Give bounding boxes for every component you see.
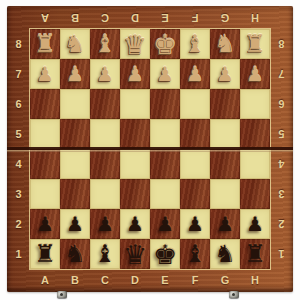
square-c7[interactable]: ♟ <box>90 59 120 89</box>
square-b6[interactable] <box>60 89 90 119</box>
piece-black-pawn-h2[interactable]: ♟ <box>246 214 264 234</box>
square-h3[interactable] <box>240 179 270 209</box>
rank-label-4: 4 <box>7 149 30 179</box>
piece-white-rook-h8[interactable]: ♜ <box>244 32 266 56</box>
square-b3[interactable] <box>60 179 90 209</box>
piece-white-pawn-e7[interactable]: ♟ <box>156 64 174 84</box>
piece-black-rook-a1[interactable]: ♜ <box>34 242 56 266</box>
chess-board: ABCDEFGH ABCDEFGH 87654321 87654321 ♜♞♝♛… <box>7 6 293 292</box>
piece-white-pawn-g7[interactable]: ♟ <box>216 64 234 84</box>
square-b7[interactable]: ♟ <box>60 59 90 89</box>
square-f6[interactable] <box>180 89 210 119</box>
rank-label-5: 5 <box>270 119 293 149</box>
square-c2[interactable]: ♟ <box>90 209 120 239</box>
file-label-h: H <box>240 269 270 292</box>
square-c4[interactable] <box>90 149 120 179</box>
piece-white-queen-d8[interactable]: ♛ <box>123 31 147 58</box>
square-d5[interactable] <box>120 119 150 149</box>
square-e5[interactable] <box>150 119 180 149</box>
piece-white-rook-a8[interactable]: ♜ <box>34 32 56 56</box>
file-labels-bottom: ABCDEFGH <box>30 269 270 292</box>
square-d7[interactable]: ♟ <box>120 59 150 89</box>
square-b4[interactable] <box>60 149 90 179</box>
square-e8[interactable]: ♚ <box>150 29 180 59</box>
rank-label-6: 6 <box>7 89 30 119</box>
piece-white-bishop-c8[interactable]: ♝ <box>94 32 116 56</box>
piece-black-pawn-f2[interactable]: ♟ <box>186 214 204 234</box>
square-f3[interactable] <box>180 179 210 209</box>
square-g4[interactable] <box>210 149 240 179</box>
square-h4[interactable] <box>240 149 270 179</box>
chess-set-product-photo: ABCDEFGH ABCDEFGH 87654321 87654321 ♜♞♝♛… <box>0 0 300 300</box>
square-c8[interactable]: ♝ <box>90 29 120 59</box>
rank-label-1: 1 <box>270 239 293 269</box>
square-h6[interactable] <box>240 89 270 119</box>
square-c1[interactable]: ♝ <box>90 239 120 269</box>
file-label-d: D <box>120 6 150 29</box>
square-c5[interactable] <box>90 119 120 149</box>
square-h1[interactable]: ♜ <box>240 239 270 269</box>
board-fold-seam <box>7 147 293 152</box>
piece-white-pawn-a7[interactable]: ♟ <box>36 64 54 84</box>
piece-black-bishop-c1[interactable]: ♝ <box>94 242 116 266</box>
square-b8[interactable]: ♞ <box>60 29 90 59</box>
rank-label-6: 6 <box>270 89 293 119</box>
square-a5[interactable] <box>30 119 60 149</box>
square-a8[interactable]: ♜ <box>30 29 60 59</box>
square-h8[interactable]: ♜ <box>240 29 270 59</box>
file-label-f: F <box>180 269 210 292</box>
file-label-g: G <box>210 6 240 29</box>
square-a3[interactable] <box>30 179 60 209</box>
square-b5[interactable] <box>60 119 90 149</box>
square-h5[interactable] <box>240 119 270 149</box>
piece-black-rook-h1[interactable]: ♜ <box>244 242 266 266</box>
piece-black-bishop-f1[interactable]: ♝ <box>184 242 206 266</box>
piece-white-bishop-f8[interactable]: ♝ <box>184 32 206 56</box>
file-label-e: E <box>150 6 180 29</box>
square-a4[interactable] <box>30 149 60 179</box>
rank-label-4: 4 <box>270 149 293 179</box>
piece-black-king-e1[interactable]: ♚ <box>153 241 177 268</box>
square-f1[interactable]: ♝ <box>180 239 210 269</box>
square-f7[interactable]: ♟ <box>180 59 210 89</box>
square-h7[interactable]: ♟ <box>240 59 270 89</box>
rank-label-8: 8 <box>270 29 293 59</box>
square-h2[interactable]: ♟ <box>240 209 270 239</box>
square-d1[interactable]: ♛ <box>120 239 150 269</box>
square-a6[interactable] <box>30 89 60 119</box>
square-c3[interactable] <box>90 179 120 209</box>
piece-white-pawn-b7[interactable]: ♟ <box>66 64 84 84</box>
piece-black-pawn-c2[interactable]: ♟ <box>96 214 114 234</box>
square-a7[interactable]: ♟ <box>30 59 60 89</box>
piece-black-knight-b1[interactable]: ♞ <box>64 242 86 266</box>
piece-white-knight-b8[interactable]: ♞ <box>64 32 86 56</box>
square-e7[interactable]: ♟ <box>150 59 180 89</box>
piece-black-pawn-d2[interactable]: ♟ <box>126 214 144 234</box>
piece-white-pawn-h7[interactable]: ♟ <box>246 64 264 84</box>
file-label-c: C <box>90 6 120 29</box>
rank-label-7: 7 <box>270 59 293 89</box>
piece-black-pawn-b2[interactable]: ♟ <box>66 214 84 234</box>
file-label-b: B <box>60 6 90 29</box>
rank-label-1: 1 <box>7 239 30 269</box>
square-e6[interactable] <box>150 89 180 119</box>
square-d3[interactable] <box>120 179 150 209</box>
square-e3[interactable] <box>150 179 180 209</box>
file-label-a: A <box>30 6 60 29</box>
square-f4[interactable] <box>180 149 210 179</box>
square-g3[interactable] <box>210 179 240 209</box>
fold-clasp-left-icon <box>57 291 67 298</box>
square-b2[interactable]: ♟ <box>60 209 90 239</box>
file-label-a: A <box>30 269 60 292</box>
square-g2[interactable]: ♟ <box>210 209 240 239</box>
square-d4[interactable] <box>120 149 150 179</box>
piece-white-pawn-c7[interactable]: ♟ <box>96 64 114 84</box>
file-label-d: D <box>120 269 150 292</box>
piece-black-pawn-a2[interactable]: ♟ <box>36 214 54 234</box>
square-g8[interactable]: ♞ <box>210 29 240 59</box>
file-label-e: E <box>150 269 180 292</box>
square-f5[interactable] <box>180 119 210 149</box>
rank-label-2: 2 <box>270 209 293 239</box>
rank-label-7: 7 <box>7 59 30 89</box>
square-c6[interactable] <box>90 89 120 119</box>
square-g5[interactable] <box>210 119 240 149</box>
square-a1[interactable]: ♜ <box>30 239 60 269</box>
square-b1[interactable]: ♞ <box>60 239 90 269</box>
rank-label-3: 3 <box>7 179 30 209</box>
square-g1[interactable]: ♞ <box>210 239 240 269</box>
piece-black-queen-d1[interactable]: ♛ <box>123 241 147 268</box>
piece-black-pawn-e2[interactable]: ♟ <box>156 214 174 234</box>
square-d8[interactable]: ♛ <box>120 29 150 59</box>
file-label-g: G <box>210 269 240 292</box>
piece-white-pawn-d7[interactable]: ♟ <box>126 64 144 84</box>
rank-label-2: 2 <box>7 209 30 239</box>
square-g7[interactable]: ♟ <box>210 59 240 89</box>
file-labels-top: ABCDEFGH <box>30 6 270 29</box>
square-e4[interactable] <box>150 149 180 179</box>
piece-black-knight-g1[interactable]: ♞ <box>214 242 236 266</box>
square-d2[interactable]: ♟ <box>120 209 150 239</box>
rank-label-3: 3 <box>270 179 293 209</box>
fold-clasp-right-icon <box>229 291 239 298</box>
square-e2[interactable]: ♟ <box>150 209 180 239</box>
square-f8[interactable]: ♝ <box>180 29 210 59</box>
square-d6[interactable] <box>120 89 150 119</box>
piece-white-knight-g8[interactable]: ♞ <box>214 32 236 56</box>
file-label-b: B <box>60 269 90 292</box>
square-e1[interactable]: ♚ <box>150 239 180 269</box>
file-label-h: H <box>240 6 270 29</box>
square-f2[interactable]: ♟ <box>180 209 210 239</box>
rank-label-8: 8 <box>7 29 30 59</box>
piece-white-king-e8[interactable]: ♚ <box>153 31 177 58</box>
square-g6[interactable] <box>210 89 240 119</box>
rank-label-5: 5 <box>7 119 30 149</box>
file-label-c: C <box>90 269 120 292</box>
file-label-f: F <box>180 6 210 29</box>
square-a2[interactable]: ♟ <box>30 209 60 239</box>
piece-black-pawn-g2[interactable]: ♟ <box>216 214 234 234</box>
piece-white-pawn-f7[interactable]: ♟ <box>186 64 204 84</box>
